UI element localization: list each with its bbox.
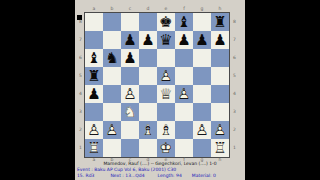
square-h8: ♜ bbox=[211, 13, 229, 31]
rank-label-2: 2 bbox=[231, 121, 238, 139]
rank-label-4: 4 bbox=[77, 85, 84, 103]
file-label-g: g bbox=[193, 6, 211, 12]
piece-white-knight: ♘ bbox=[121, 103, 139, 121]
rank-label-5: 5 bbox=[77, 67, 84, 85]
piece-white-pawn: ♙ bbox=[175, 85, 193, 103]
piece-white-rook: ♖ bbox=[85, 139, 103, 157]
square-d4 bbox=[139, 85, 157, 103]
square-d2: ♝♗ bbox=[139, 121, 157, 139]
square-f8: ♝ bbox=[175, 13, 193, 31]
piece-white-pawn: ♙ bbox=[193, 121, 211, 139]
square-c4: ♟♙ bbox=[121, 85, 139, 103]
piece-black-bishop: ♝ bbox=[85, 49, 103, 67]
square-f3 bbox=[175, 103, 193, 121]
square-c7: ♟ bbox=[121, 31, 139, 49]
square-d5 bbox=[139, 67, 157, 85]
rank-label-1: 1 bbox=[231, 139, 238, 157]
file-label-d: d bbox=[139, 6, 157, 12]
square-f2 bbox=[175, 121, 193, 139]
game-length-text: Length: 94 bbox=[158, 173, 182, 178]
square-g4 bbox=[193, 85, 211, 103]
square-f4: ♟♙ bbox=[175, 85, 193, 103]
square-c6: ♟ bbox=[121, 49, 139, 67]
piece-black-pawn: ♟ bbox=[121, 31, 139, 49]
rank-label-6: 6 bbox=[231, 49, 238, 67]
square-e6 bbox=[157, 49, 175, 67]
square-e7: ♛ bbox=[157, 31, 175, 49]
next-move-text: Next : 13...Qd4 bbox=[110, 173, 144, 178]
event-line: Event : Baku AP Cup Vol 6, Baku (2001) C… bbox=[75, 167, 245, 172]
square-a6: ♝ bbox=[85, 49, 103, 67]
square-c3: ♞♘ bbox=[121, 103, 139, 121]
square-c2 bbox=[121, 121, 139, 139]
piece-white-pawn: ♙ bbox=[121, 85, 139, 103]
piece-white-king: ♔ bbox=[157, 139, 175, 157]
square-b4 bbox=[103, 85, 121, 103]
square-f1 bbox=[175, 139, 193, 157]
piece-white-bishop: ♗ bbox=[139, 121, 157, 139]
players-result-line: Mamedov, Rauf (....) -- Gegechkori, Leva… bbox=[75, 161, 245, 166]
square-g1 bbox=[193, 139, 211, 157]
square-d6 bbox=[139, 49, 157, 67]
square-g6 bbox=[193, 49, 211, 67]
square-f7: ♟ bbox=[175, 31, 193, 49]
square-h4 bbox=[211, 85, 229, 103]
file-label-b: b bbox=[103, 6, 121, 12]
rank-label-1: 1 bbox=[77, 139, 84, 157]
piece-black-bishop: ♝ bbox=[175, 13, 193, 31]
square-g7: ♟ bbox=[193, 31, 211, 49]
status-line: 15. Rd3 Next : 13...Qd4 Length: 94 Mater… bbox=[75, 173, 245, 178]
piece-white-queen: ♕ bbox=[157, 85, 175, 103]
square-h5 bbox=[211, 67, 229, 85]
square-c8 bbox=[121, 13, 139, 31]
square-e3 bbox=[157, 103, 175, 121]
square-e1: ♚♔ bbox=[157, 139, 175, 157]
square-c5 bbox=[121, 67, 139, 85]
rank-label-8: 8 bbox=[231, 13, 238, 31]
rank-labels-right: 87654321 bbox=[231, 13, 238, 157]
square-b6: ♞ bbox=[103, 49, 121, 67]
rank-label-5: 5 bbox=[231, 67, 238, 85]
piece-white-rook: ♖ bbox=[211, 139, 229, 157]
square-a2: ♟♙ bbox=[85, 121, 103, 139]
chess-board: ♚♝♜♟♟♛♟♟♟♝♞♟♜♟♙♟♟♙♛♕♟♙♞♘♟♙♟♙♝♗♝♗♟♙♟♙♜♖♚♔… bbox=[85, 13, 229, 157]
piece-black-pawn: ♟ bbox=[193, 31, 211, 49]
rank-label-4: 4 bbox=[231, 85, 238, 103]
square-a7 bbox=[85, 31, 103, 49]
square-f6 bbox=[175, 49, 193, 67]
piece-white-pawn: ♙ bbox=[157, 67, 175, 85]
piece-black-pawn: ♟ bbox=[175, 31, 193, 49]
piece-white-pawn: ♙ bbox=[85, 121, 103, 139]
square-g8 bbox=[193, 13, 211, 31]
game-info-footer: Mamedov, Rauf (....) -- Gegechkori, Leva… bbox=[75, 161, 245, 178]
square-c1 bbox=[121, 139, 139, 157]
square-f5 bbox=[175, 67, 193, 85]
piece-black-queen: ♛ bbox=[157, 31, 175, 49]
file-label-f: f bbox=[175, 6, 193, 12]
piece-black-rook: ♜ bbox=[85, 67, 103, 85]
file-labels-top: abcdefgh bbox=[85, 6, 229, 12]
rank-labels-left: 87654321 bbox=[77, 13, 84, 157]
piece-black-pawn: ♟ bbox=[139, 31, 157, 49]
square-a4: ♟ bbox=[85, 85, 103, 103]
square-a3 bbox=[85, 103, 103, 121]
rank-label-3: 3 bbox=[77, 103, 84, 121]
rank-label-3: 3 bbox=[231, 103, 238, 121]
piece-black-pawn: ♟ bbox=[211, 31, 229, 49]
square-b5 bbox=[103, 67, 121, 85]
piece-white-pawn: ♙ bbox=[211, 121, 229, 139]
current-move-text: 15. Rd3 bbox=[77, 173, 94, 178]
piece-white-pawn: ♙ bbox=[103, 121, 121, 139]
square-g3 bbox=[193, 103, 211, 121]
square-e8: ♚ bbox=[157, 13, 175, 31]
file-label-e: e bbox=[157, 6, 175, 12]
square-b1 bbox=[103, 139, 121, 157]
square-a8 bbox=[85, 13, 103, 31]
file-label-h: h bbox=[211, 6, 229, 12]
rank-label-8: 8 bbox=[77, 13, 84, 31]
piece-white-bishop: ♗ bbox=[157, 121, 175, 139]
rank-label-7: 7 bbox=[231, 31, 238, 49]
square-g2: ♟♙ bbox=[193, 121, 211, 139]
square-g5 bbox=[193, 67, 211, 85]
square-a5: ♜ bbox=[85, 67, 103, 85]
square-b8 bbox=[103, 13, 121, 31]
chess-panel: abcdefgh 87654321 ♚♝♜♟♟♛♟♟♟♝♞♟♜♟♙♟♟♙♛♕♟♙… bbox=[75, 0, 245, 180]
piece-black-knight: ♞ bbox=[103, 49, 121, 67]
rank-label-7: 7 bbox=[77, 31, 84, 49]
square-d3 bbox=[139, 103, 157, 121]
square-b2: ♟♙ bbox=[103, 121, 121, 139]
material-text: Material: 0 bbox=[192, 173, 216, 178]
piece-black-king: ♚ bbox=[157, 13, 175, 31]
square-h1: ♜♖ bbox=[211, 139, 229, 157]
piece-black-rook: ♜ bbox=[211, 13, 229, 31]
rank-label-2: 2 bbox=[77, 121, 84, 139]
square-e5: ♟♙ bbox=[157, 67, 175, 85]
square-h7: ♟ bbox=[211, 31, 229, 49]
square-b3 bbox=[103, 103, 121, 121]
rank-label-6: 6 bbox=[77, 49, 84, 67]
video-frame: { "game": "chess", "position": "4kb1r/2p… bbox=[0, 0, 320, 180]
square-b7 bbox=[103, 31, 121, 49]
square-a1: ♜♖ bbox=[85, 139, 103, 157]
square-e4: ♛♕ bbox=[157, 85, 175, 103]
square-d1 bbox=[139, 139, 157, 157]
square-e2: ♝♗ bbox=[157, 121, 175, 139]
square-h2: ♟♙ bbox=[211, 121, 229, 139]
square-d7: ♟ bbox=[139, 31, 157, 49]
file-label-c: c bbox=[121, 6, 139, 12]
piece-black-pawn: ♟ bbox=[85, 85, 103, 103]
square-h6 bbox=[211, 49, 229, 67]
square-d8 bbox=[139, 13, 157, 31]
piece-black-pawn: ♟ bbox=[121, 49, 139, 67]
file-label-a: a bbox=[85, 6, 103, 12]
square-h3 bbox=[211, 103, 229, 121]
